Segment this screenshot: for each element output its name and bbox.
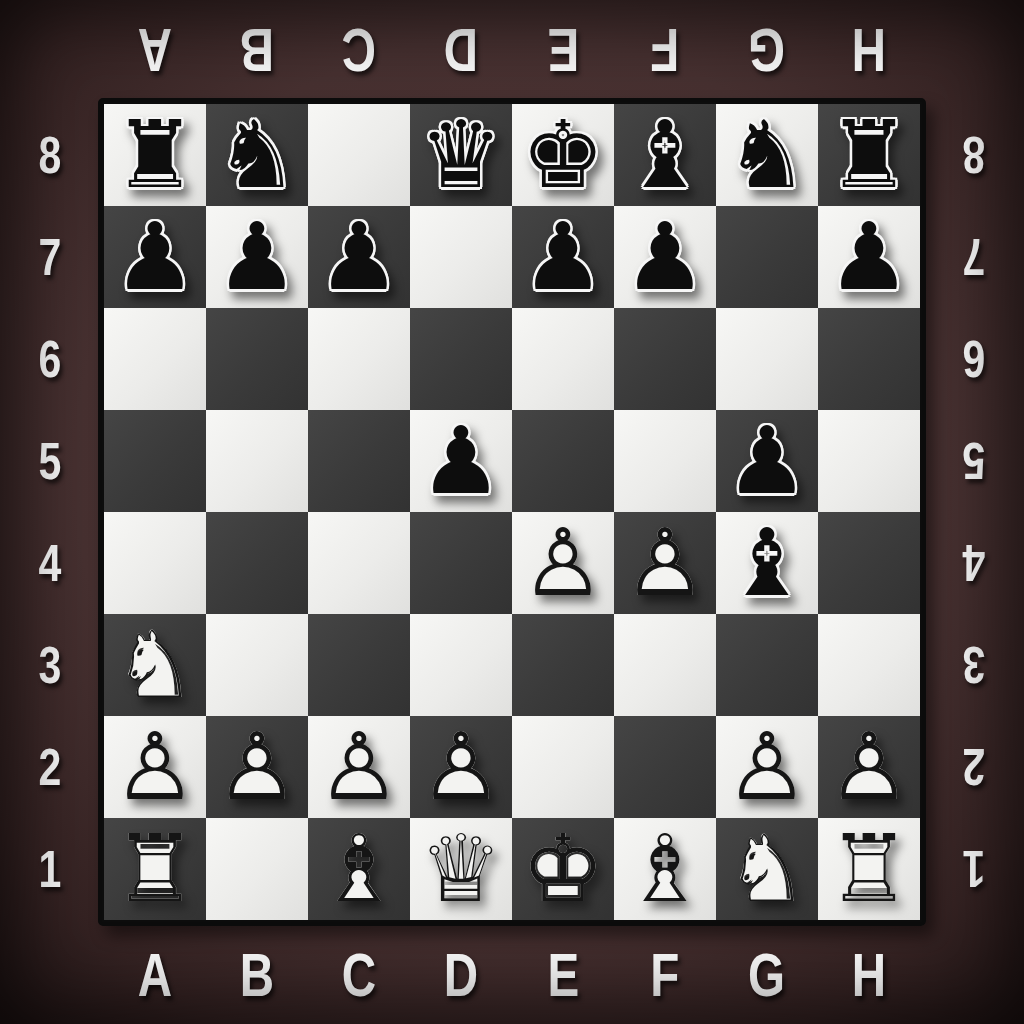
piece-glyph: ♝ — [716, 512, 818, 614]
coord-text: B — [240, 939, 274, 1009]
rank-label: 3 — [928, 614, 1020, 716]
white-king[interactable]: ♚♔ — [512, 818, 614, 920]
white-rook[interactable]: ♜♖ — [818, 818, 920, 920]
square-d5[interactable]: ♟ — [410, 410, 512, 512]
coord-text: F — [650, 939, 679, 1009]
square-f1[interactable]: ♝♗ — [614, 818, 716, 920]
square-c4[interactable] — [308, 512, 410, 614]
square-a1[interactable]: ♜♖ — [104, 818, 206, 920]
square-e4[interactable]: ♟♙ — [512, 512, 614, 614]
piece-glyph: ♛ — [410, 104, 512, 206]
white-rook[interactable]: ♜♖ — [104, 818, 206, 920]
square-f5[interactable] — [614, 410, 716, 512]
black-pawn[interactable]: ♟ — [512, 206, 614, 308]
piece-outline-glyph: ♙ — [614, 512, 716, 614]
white-bishop[interactable]: ♝♗ — [308, 818, 410, 920]
piece-outline-glyph: ♗ — [308, 818, 410, 920]
file-label: H — [818, 928, 920, 1020]
square-a4[interactable] — [104, 512, 206, 614]
file-label: G — [716, 928, 818, 1020]
square-b6[interactable] — [206, 308, 308, 410]
coord-text: 7 — [963, 227, 986, 288]
rank-labels-left: 87654321 — [4, 104, 96, 920]
piece-outline-glyph: ♖ — [104, 818, 206, 920]
square-d8[interactable]: ♛ — [410, 104, 512, 206]
black-pawn[interactable]: ♟ — [410, 410, 512, 512]
square-b7[interactable]: ♟ — [206, 206, 308, 308]
piece-outline-glyph: ♙ — [104, 716, 206, 818]
square-e7[interactable]: ♟ — [512, 206, 614, 308]
square-h8[interactable]: ♜ — [818, 104, 920, 206]
square-b8[interactable]: ♞ — [206, 104, 308, 206]
coord-text: 3 — [39, 635, 62, 696]
square-b5[interactable] — [206, 410, 308, 512]
square-a8[interactable]: ♜ — [104, 104, 206, 206]
black-knight[interactable]: ♞ — [716, 104, 818, 206]
coord-text: 7 — [39, 227, 62, 288]
coord-text: 6 — [963, 329, 986, 390]
piece-outline-glyph: ♙ — [206, 716, 308, 818]
white-pawn[interactable]: ♟♙ — [512, 512, 614, 614]
square-g6[interactable] — [716, 308, 818, 410]
coord-text: 5 — [963, 431, 986, 492]
piece-glyph: ♚ — [512, 104, 614, 206]
rank-label: 7 — [928, 206, 1020, 308]
square-h5[interactable] — [818, 410, 920, 512]
square-e2[interactable] — [512, 716, 614, 818]
black-pawn[interactable]: ♟ — [716, 410, 818, 512]
coord-text: G — [748, 939, 785, 1009]
file-label: B — [206, 4, 308, 96]
coord-text: 8 — [963, 125, 986, 186]
coord-text: D — [444, 939, 478, 1009]
square-c8[interactable] — [308, 104, 410, 206]
square-h2[interactable]: ♟♙ — [818, 716, 920, 818]
square-b4[interactable] — [206, 512, 308, 614]
coord-text: E — [547, 939, 579, 1009]
piece-outline-glyph: ♗ — [614, 818, 716, 920]
square-h4[interactable] — [818, 512, 920, 614]
square-d7[interactable] — [410, 206, 512, 308]
file-labels-top: ABCDEFGH — [104, 4, 920, 96]
rank-label: 5 — [4, 410, 96, 512]
piece-outline-glyph: ♙ — [308, 716, 410, 818]
file-label: A — [104, 4, 206, 96]
square-g4[interactable]: ♝ — [716, 512, 818, 614]
white-bishop[interactable]: ♝♗ — [614, 818, 716, 920]
rank-label: 1 — [4, 818, 96, 920]
coord-text: 2 — [39, 737, 62, 798]
coord-text: 5 — [39, 431, 62, 492]
square-g7[interactable] — [716, 206, 818, 308]
square-a6[interactable] — [104, 308, 206, 410]
coord-text: 4 — [39, 533, 62, 594]
black-pawn[interactable]: ♟ — [818, 206, 920, 308]
piece-outline-glyph: ♔ — [512, 818, 614, 920]
coord-text: 6 — [39, 329, 62, 390]
rank-label: 8 — [928, 104, 1020, 206]
rank-label: 6 — [928, 308, 1020, 410]
piece-outline-glyph: ♕ — [410, 818, 512, 920]
coord-text: 1 — [963, 839, 986, 900]
square-g5[interactable]: ♟ — [716, 410, 818, 512]
square-f4[interactable]: ♟♙ — [614, 512, 716, 614]
rank-label: 6 — [4, 308, 96, 410]
piece-glyph: ♟ — [818, 206, 920, 308]
white-knight[interactable]: ♞♘ — [104, 614, 206, 716]
black-queen[interactable]: ♛ — [410, 104, 512, 206]
coord-text: E — [547, 15, 579, 85]
coord-text: A — [138, 939, 172, 1009]
square-a5[interactable] — [104, 410, 206, 512]
chessboard: ♜♞♛♚♝♞♜♟♟♟♟♟♟♟♟♟♙♟♙♝♞♘♟♙♟♙♟♙♟♙♟♙♟♙♜♖♝♗♛♕… — [98, 98, 926, 926]
square-f8[interactable]: ♝ — [614, 104, 716, 206]
black-pawn[interactable]: ♟ — [614, 206, 716, 308]
coord-text: B — [240, 15, 274, 85]
black-bishop[interactable]: ♝ — [614, 104, 716, 206]
square-b3[interactable] — [206, 614, 308, 716]
square-g1[interactable]: ♞♘ — [716, 818, 818, 920]
coord-text: G — [748, 15, 785, 85]
piece-outline-glyph: ♘ — [716, 818, 818, 920]
square-d2[interactable]: ♟♙ — [410, 716, 512, 818]
square-e8[interactable]: ♚ — [512, 104, 614, 206]
white-pawn[interactable]: ♟♙ — [410, 716, 512, 818]
square-a7[interactable]: ♟ — [104, 206, 206, 308]
white-knight[interactable]: ♞♘ — [716, 818, 818, 920]
white-pawn[interactable]: ♟♙ — [104, 716, 206, 818]
rank-label: 2 — [4, 716, 96, 818]
square-g2[interactable]: ♟♙ — [716, 716, 818, 818]
square-f6[interactable] — [614, 308, 716, 410]
piece-glyph: ♜ — [818, 104, 920, 206]
white-pawn[interactable]: ♟♙ — [206, 716, 308, 818]
file-label: H — [818, 4, 920, 96]
piece-outline-glyph: ♖ — [818, 818, 920, 920]
square-e6[interactable] — [512, 308, 614, 410]
file-label: E — [512, 4, 614, 96]
coord-text: H — [852, 15, 886, 85]
file-label: E — [512, 928, 614, 1020]
rank-label: 5 — [928, 410, 1020, 512]
white-pawn[interactable]: ♟♙ — [818, 716, 920, 818]
file-label: D — [410, 4, 512, 96]
piece-outline-glyph: ♘ — [104, 614, 206, 716]
square-e5[interactable] — [512, 410, 614, 512]
piece-glyph: ♟ — [512, 206, 614, 308]
square-c6[interactable] — [308, 308, 410, 410]
coord-text: D — [444, 15, 478, 85]
square-f2[interactable] — [614, 716, 716, 818]
square-c2[interactable]: ♟♙ — [308, 716, 410, 818]
rank-label: 2 — [928, 716, 1020, 818]
file-label: A — [104, 928, 206, 1020]
coord-text: 4 — [963, 533, 986, 594]
square-d3[interactable] — [410, 614, 512, 716]
square-f7[interactable]: ♟ — [614, 206, 716, 308]
white-pawn[interactable]: ♟♙ — [716, 716, 818, 818]
rank-label: 8 — [4, 104, 96, 206]
white-pawn[interactable]: ♟♙ — [308, 716, 410, 818]
piece-glyph: ♜ — [104, 104, 206, 206]
piece-outline-glyph: ♙ — [716, 716, 818, 818]
rank-label: 1 — [928, 818, 1020, 920]
file-label: B — [206, 928, 308, 1020]
file-label: C — [308, 4, 410, 96]
piece-glyph: ♝ — [614, 104, 716, 206]
coord-text: 2 — [963, 737, 986, 798]
square-g3[interactable] — [716, 614, 818, 716]
square-a3[interactable]: ♞♘ — [104, 614, 206, 716]
square-h7[interactable]: ♟ — [818, 206, 920, 308]
black-rook[interactable]: ♜ — [818, 104, 920, 206]
square-c3[interactable] — [308, 614, 410, 716]
black-king[interactable]: ♚ — [512, 104, 614, 206]
piece-glyph: ♟ — [206, 206, 308, 308]
square-b1[interactable] — [206, 818, 308, 920]
square-c7[interactable]: ♟ — [308, 206, 410, 308]
piece-glyph: ♟ — [410, 410, 512, 512]
rank-label: 3 — [4, 614, 96, 716]
rank-label: 4 — [928, 512, 1020, 614]
square-e1[interactable]: ♚♔ — [512, 818, 614, 920]
rank-labels-right: 87654321 — [928, 104, 1020, 920]
coord-text: 8 — [39, 125, 62, 186]
square-f3[interactable] — [614, 614, 716, 716]
coord-text: 1 — [39, 839, 62, 900]
square-h6[interactable] — [818, 308, 920, 410]
file-label: D — [410, 928, 512, 1020]
square-b2[interactable]: ♟♙ — [206, 716, 308, 818]
square-d6[interactable] — [410, 308, 512, 410]
black-knight[interactable]: ♞ — [206, 104, 308, 206]
piece-outline-glyph: ♙ — [818, 716, 920, 818]
file-labels-bottom: ABCDEFGH — [104, 928, 920, 1020]
piece-outline-glyph: ♙ — [410, 716, 512, 818]
black-pawn[interactable]: ♟ — [104, 206, 206, 308]
black-bishop[interactable]: ♝ — [716, 512, 818, 614]
piece-glyph: ♟ — [104, 206, 206, 308]
rank-label: 4 — [4, 512, 96, 614]
square-g8[interactable]: ♞ — [716, 104, 818, 206]
black-pawn[interactable]: ♟ — [308, 206, 410, 308]
coord-text: H — [852, 939, 886, 1009]
square-d4[interactable] — [410, 512, 512, 614]
square-h1[interactable]: ♜♖ — [818, 818, 920, 920]
file-label: G — [716, 4, 818, 96]
coord-text: F — [650, 15, 679, 85]
file-label: F — [614, 4, 716, 96]
piece-glyph: ♟ — [308, 206, 410, 308]
square-c5[interactable] — [308, 410, 410, 512]
piece-outline-glyph: ♙ — [512, 512, 614, 614]
white-pawn[interactable]: ♟♙ — [614, 512, 716, 614]
black-pawn[interactable]: ♟ — [206, 206, 308, 308]
coord-text: A — [138, 15, 172, 85]
file-label: C — [308, 928, 410, 1020]
piece-glyph: ♞ — [206, 104, 308, 206]
piece-glyph: ♟ — [614, 206, 716, 308]
piece-glyph: ♟ — [716, 410, 818, 512]
square-a2[interactable]: ♟♙ — [104, 716, 206, 818]
square-h3[interactable] — [818, 614, 920, 716]
coord-text: C — [342, 15, 376, 85]
black-rook[interactable]: ♜ — [104, 104, 206, 206]
square-c1[interactable]: ♝♗ — [308, 818, 410, 920]
square-e3[interactable] — [512, 614, 614, 716]
rank-label: 7 — [4, 206, 96, 308]
square-d1[interactable]: ♛♕ — [410, 818, 512, 920]
coord-text: 3 — [963, 635, 986, 696]
white-queen[interactable]: ♛♕ — [410, 818, 512, 920]
coord-text: C — [342, 939, 376, 1009]
file-label: F — [614, 928, 716, 1020]
piece-glyph: ♞ — [716, 104, 818, 206]
